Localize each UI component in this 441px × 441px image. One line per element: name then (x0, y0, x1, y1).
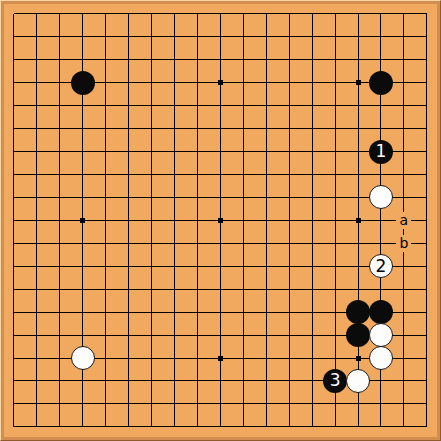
intersection-9-4[interactable] (186, 71, 209, 94)
intersection-3-10[interactable] (48, 209, 71, 232)
intersection-4-12[interactable] (71, 255, 94, 278)
intersection-19-13[interactable] (415, 278, 438, 301)
intersection-17-2[interactable] (370, 25, 393, 48)
intersection-16-18[interactable] (347, 392, 370, 415)
intersection-3-13[interactable] (48, 278, 71, 301)
intersection-5-8[interactable] (94, 163, 117, 186)
intersection-3-6[interactable] (48, 117, 71, 140)
intersection-17-11[interactable] (370, 232, 393, 255)
intersection-8-1[interactable] (163, 3, 186, 26)
intersection-11-10[interactable] (232, 209, 255, 232)
intersection-19-8[interactable] (415, 163, 438, 186)
intersection-14-18[interactable] (301, 392, 324, 415)
intersection-7-1[interactable] (140, 3, 163, 26)
intersection-16-17[interactable] (347, 370, 370, 393)
intersection-9-16[interactable] (186, 347, 209, 370)
intersection-5-5[interactable] (94, 94, 117, 117)
intersection-3-16[interactable] (48, 347, 71, 370)
intersection-4-9[interactable] (71, 186, 94, 209)
intersection-10-13[interactable] (209, 278, 232, 301)
intersection-19-11[interactable] (415, 232, 438, 255)
intersection-15-4[interactable] (324, 71, 347, 94)
intersection-11-12[interactable] (232, 255, 255, 278)
intersection-2-12[interactable] (25, 255, 48, 278)
intersection-1-17[interactable] (3, 370, 26, 393)
intersection-12-19[interactable] (255, 415, 278, 438)
intersection-18-19[interactable] (392, 415, 415, 438)
intersection-17-10[interactable] (370, 209, 393, 232)
intersection-2-4[interactable] (25, 71, 48, 94)
intersection-9-14[interactable] (186, 301, 209, 324)
intersection-16-19[interactable] (347, 415, 370, 438)
intersection-3-11[interactable] (48, 232, 71, 255)
intersection-5-11[interactable] (94, 232, 117, 255)
black-stone-d16[interactable] (71, 71, 95, 95)
intersection-12-6[interactable] (255, 117, 278, 140)
intersection-5-18[interactable] (94, 392, 117, 415)
intersection-7-18[interactable] (140, 392, 163, 415)
intersection-17-8[interactable] (370, 163, 393, 186)
intersection-6-9[interactable] (117, 186, 140, 209)
intersection-8-17[interactable] (163, 370, 186, 393)
intersection-14-8[interactable] (301, 163, 324, 186)
white-stone-r5[interactable] (369, 323, 393, 347)
intersection-7-16[interactable] (140, 347, 163, 370)
intersection-4-6[interactable] (71, 117, 94, 140)
intersection-14-10[interactable] (301, 209, 324, 232)
intersection-9-3[interactable] (186, 48, 209, 71)
intersection-4-5[interactable] (71, 94, 94, 117)
intersection-5-9[interactable] (94, 186, 117, 209)
intersection-7-11[interactable] (140, 232, 163, 255)
intersection-1-12[interactable] (3, 255, 26, 278)
intersection-8-18[interactable] (163, 392, 186, 415)
intersection-3-15[interactable] (48, 324, 71, 347)
intersection-7-15[interactable] (140, 324, 163, 347)
intersection-3-17[interactable] (48, 370, 71, 393)
intersection-18-2[interactable] (392, 25, 415, 48)
intersection-17-3[interactable] (370, 48, 393, 71)
intersection-1-7[interactable] (3, 140, 26, 163)
intersection-7-10[interactable] (140, 209, 163, 232)
intersection-8-14[interactable] (163, 301, 186, 324)
intersection-4-15[interactable] (71, 324, 94, 347)
intersection-12-5[interactable] (255, 94, 278, 117)
intersection-5-17[interactable] (94, 370, 117, 393)
intersection-19-18[interactable] (415, 392, 438, 415)
intersection-4-3[interactable] (71, 48, 94, 71)
intersection-16-7[interactable] (347, 140, 370, 163)
intersection-13-3[interactable] (278, 48, 301, 71)
intersection-5-10[interactable] (94, 209, 117, 232)
intersection-10-14[interactable] (209, 301, 232, 324)
intersection-18-8[interactable] (392, 163, 415, 186)
black-stone-r13[interactable]: 1 (369, 140, 393, 164)
intersection-12-8[interactable] (255, 163, 278, 186)
intersection-3-14[interactable] (48, 301, 71, 324)
intersection-5-19[interactable] (94, 415, 117, 438)
intersection-19-19[interactable] (415, 415, 438, 438)
intersection-3-5[interactable] (48, 94, 71, 117)
intersection-4-8[interactable] (71, 163, 94, 186)
intersection-2-9[interactable] (25, 186, 48, 209)
intersection-4-19[interactable] (71, 415, 94, 438)
intersection-11-2[interactable] (232, 25, 255, 48)
intersection-2-18[interactable] (25, 392, 48, 415)
intersection-19-3[interactable] (415, 48, 438, 71)
intersection-19-5[interactable] (415, 94, 438, 117)
intersection-17-6[interactable] (370, 117, 393, 140)
intersection-10-3[interactable] (209, 48, 232, 71)
intersection-18-15[interactable] (392, 324, 415, 347)
intersection-9-18[interactable] (186, 392, 209, 415)
intersection-4-10[interactable] (71, 209, 94, 232)
intersection-8-16[interactable] (163, 347, 186, 370)
intersection-1-15[interactable] (3, 324, 26, 347)
intersection-8-15[interactable] (163, 324, 186, 347)
intersection-5-14[interactable] (94, 301, 117, 324)
intersection-18-5[interactable] (392, 94, 415, 117)
intersection-13-14[interactable] (278, 301, 301, 324)
intersection-2-16[interactable] (25, 347, 48, 370)
intersection-16-5[interactable] (347, 94, 370, 117)
intersection-7-7[interactable] (140, 140, 163, 163)
intersection-11-4[interactable] (232, 71, 255, 94)
intersection-9-15[interactable] (186, 324, 209, 347)
intersection-10-6[interactable] (209, 117, 232, 140)
intersection-2-7[interactable] (25, 140, 48, 163)
intersection-7-19[interactable] (140, 415, 163, 438)
intersection-7-14[interactable] (140, 301, 163, 324)
intersection-17-13[interactable] (370, 278, 393, 301)
intersection-14-2[interactable] (301, 25, 324, 48)
intersection-2-17[interactable] (25, 370, 48, 393)
intersection-14-11[interactable] (301, 232, 324, 255)
intersection-15-16[interactable] (324, 347, 347, 370)
intersection-13-4[interactable] (278, 71, 301, 94)
intersection-6-12[interactable] (117, 255, 140, 278)
intersection-10-18[interactable] (209, 392, 232, 415)
intersection-8-9[interactable] (163, 186, 186, 209)
intersection-5-1[interactable] (94, 3, 117, 26)
intersection-11-1[interactable] (232, 3, 255, 26)
intersection-2-11[interactable] (25, 232, 48, 255)
intersection-16-15[interactable] (347, 324, 370, 347)
intersection-13-6[interactable] (278, 117, 301, 140)
intersection-14-9[interactable] (301, 186, 324, 209)
intersection-15-13[interactable] (324, 278, 347, 301)
intersection-3-19[interactable] (48, 415, 71, 438)
intersection-6-15[interactable] (117, 324, 140, 347)
intersection-4-2[interactable] (71, 25, 94, 48)
intersection-5-4[interactable] (94, 71, 117, 94)
intersection-8-11[interactable] (163, 232, 186, 255)
intersection-17-15[interactable] (370, 324, 393, 347)
intersection-15-3[interactable] (324, 48, 347, 71)
white-stone-r11[interactable] (369, 185, 393, 209)
intersection-7-12[interactable] (140, 255, 163, 278)
intersection-13-8[interactable] (278, 163, 301, 186)
intersection-18-11[interactable]: b (392, 232, 415, 255)
intersection-19-15[interactable] (415, 324, 438, 347)
intersection-6-17[interactable] (117, 370, 140, 393)
intersection-15-14[interactable] (324, 301, 347, 324)
intersection-5-13[interactable] (94, 278, 117, 301)
intersection-7-17[interactable] (140, 370, 163, 393)
intersection-2-10[interactable] (25, 209, 48, 232)
intersection-18-12[interactable] (392, 255, 415, 278)
intersection-6-10[interactable] (117, 209, 140, 232)
intersection-14-1[interactable] (301, 3, 324, 26)
intersection-10-10[interactable] (209, 209, 232, 232)
intersection-6-4[interactable] (117, 71, 140, 94)
intersection-14-7[interactable] (301, 140, 324, 163)
intersection-19-10[interactable] (415, 209, 438, 232)
intersection-13-18[interactable] (278, 392, 301, 415)
intersection-18-18[interactable] (392, 392, 415, 415)
intersection-10-9[interactable] (209, 186, 232, 209)
black-stone-r6[interactable] (369, 300, 393, 324)
intersection-1-4[interactable] (3, 71, 26, 94)
intersection-3-8[interactable] (48, 163, 71, 186)
intersection-12-15[interactable] (255, 324, 278, 347)
intersection-10-19[interactable] (209, 415, 232, 438)
intersection-4-4[interactable] (71, 71, 94, 94)
intersection-8-10[interactable] (163, 209, 186, 232)
intersection-6-6[interactable] (117, 117, 140, 140)
intersection-16-12[interactable] (347, 255, 370, 278)
intersection-18-16[interactable] (392, 347, 415, 370)
intersection-9-5[interactable] (186, 94, 209, 117)
black-stone-q6[interactable] (346, 300, 370, 324)
intersection-10-8[interactable] (209, 163, 232, 186)
intersection-3-2[interactable] (48, 25, 71, 48)
intersection-11-13[interactable] (232, 278, 255, 301)
intersection-4-1[interactable] (71, 3, 94, 26)
intersection-11-17[interactable] (232, 370, 255, 393)
intersection-16-8[interactable] (347, 163, 370, 186)
black-stone-q5[interactable] (346, 323, 370, 347)
intersection-16-10[interactable] (347, 209, 370, 232)
intersection-18-7[interactable] (392, 140, 415, 163)
intersection-6-16[interactable] (117, 347, 140, 370)
intersection-7-2[interactable] (140, 25, 163, 48)
intersection-8-4[interactable] (163, 71, 186, 94)
intersection-2-13[interactable] (25, 278, 48, 301)
intersection-13-10[interactable] (278, 209, 301, 232)
intersection-1-13[interactable] (3, 278, 26, 301)
intersection-7-5[interactable] (140, 94, 163, 117)
intersection-18-9[interactable] (392, 186, 415, 209)
intersection-19-1[interactable] (415, 3, 438, 26)
intersection-6-14[interactable] (117, 301, 140, 324)
intersection-19-7[interactable] (415, 140, 438, 163)
intersection-15-9[interactable] (324, 186, 347, 209)
intersection-11-14[interactable] (232, 301, 255, 324)
intersection-19-2[interactable] (415, 25, 438, 48)
intersection-15-12[interactable] (324, 255, 347, 278)
white-stone-r8[interactable]: 2 (369, 254, 393, 278)
intersection-17-17[interactable] (370, 370, 393, 393)
intersection-12-10[interactable] (255, 209, 278, 232)
intersection-10-1[interactable] (209, 3, 232, 26)
intersection-3-1[interactable] (48, 3, 71, 26)
intersection-17-1[interactable] (370, 3, 393, 26)
intersection-9-11[interactable] (186, 232, 209, 255)
intersection-15-2[interactable] (324, 25, 347, 48)
intersection-11-6[interactable] (232, 117, 255, 140)
intersection-8-12[interactable] (163, 255, 186, 278)
intersection-11-3[interactable] (232, 48, 255, 71)
intersection-3-4[interactable] (48, 71, 71, 94)
intersection-19-9[interactable] (415, 186, 438, 209)
intersection-6-13[interactable] (117, 278, 140, 301)
intersection-13-12[interactable] (278, 255, 301, 278)
black-stone-r16[interactable] (369, 71, 393, 95)
intersection-16-3[interactable] (347, 48, 370, 71)
intersection-9-13[interactable] (186, 278, 209, 301)
intersection-10-5[interactable] (209, 94, 232, 117)
intersection-4-18[interactable] (71, 392, 94, 415)
intersection-12-7[interactable] (255, 140, 278, 163)
intersection-2-19[interactable] (25, 415, 48, 438)
intersection-15-7[interactable] (324, 140, 347, 163)
intersection-7-3[interactable] (140, 48, 163, 71)
intersection-8-13[interactable] (163, 278, 186, 301)
intersection-10-15[interactable] (209, 324, 232, 347)
intersection-1-2[interactable] (3, 25, 26, 48)
intersection-4-16[interactable] (71, 347, 94, 370)
intersection-4-17[interactable] (71, 370, 94, 393)
intersection-6-11[interactable] (117, 232, 140, 255)
intersection-3-9[interactable] (48, 186, 71, 209)
intersection-15-6[interactable] (324, 117, 347, 140)
intersection-12-11[interactable] (255, 232, 278, 255)
intersection-4-13[interactable] (71, 278, 94, 301)
intersection-18-10[interactable]: a (392, 209, 415, 232)
intersection-12-2[interactable] (255, 25, 278, 48)
intersection-8-2[interactable] (163, 25, 186, 48)
intersection-1-1[interactable] (3, 3, 26, 26)
intersection-10-4[interactable] (209, 71, 232, 94)
intersection-3-18[interactable] (48, 392, 71, 415)
intersection-15-15[interactable] (324, 324, 347, 347)
intersection-11-5[interactable] (232, 94, 255, 117)
intersection-17-9[interactable] (370, 186, 393, 209)
intersection-5-6[interactable] (94, 117, 117, 140)
intersection-17-18[interactable] (370, 392, 393, 415)
intersection-16-14[interactable] (347, 301, 370, 324)
intersection-18-13[interactable] (392, 278, 415, 301)
intersection-14-16[interactable] (301, 347, 324, 370)
intersection-1-10[interactable] (3, 209, 26, 232)
intersection-15-18[interactable] (324, 392, 347, 415)
intersection-10-16[interactable] (209, 347, 232, 370)
intersection-12-12[interactable] (255, 255, 278, 278)
intersection-13-1[interactable] (278, 3, 301, 26)
intersection-3-3[interactable] (48, 48, 71, 71)
intersection-13-9[interactable] (278, 186, 301, 209)
intersection-18-1[interactable] (392, 3, 415, 26)
intersection-8-5[interactable] (163, 94, 186, 117)
intersection-11-9[interactable] (232, 186, 255, 209)
intersection-1-5[interactable] (3, 94, 26, 117)
intersection-18-3[interactable] (392, 48, 415, 71)
intersection-19-4[interactable] (415, 71, 438, 94)
intersection-17-4[interactable] (370, 71, 393, 94)
intersection-14-6[interactable] (301, 117, 324, 140)
intersection-13-11[interactable] (278, 232, 301, 255)
intersection-12-3[interactable] (255, 48, 278, 71)
intersection-14-5[interactable] (301, 94, 324, 117)
intersection-2-2[interactable] (25, 25, 48, 48)
intersection-1-3[interactable] (3, 48, 26, 71)
intersection-12-14[interactable] (255, 301, 278, 324)
intersection-12-17[interactable] (255, 370, 278, 393)
intersection-10-12[interactable] (209, 255, 232, 278)
intersection-7-6[interactable] (140, 117, 163, 140)
intersection-7-8[interactable] (140, 163, 163, 186)
intersection-1-16[interactable] (3, 347, 26, 370)
intersection-16-13[interactable] (347, 278, 370, 301)
intersection-6-7[interactable] (117, 140, 140, 163)
black-stone-p3[interactable]: 3 (323, 369, 347, 393)
intersection-11-18[interactable] (232, 392, 255, 415)
intersection-11-7[interactable] (232, 140, 255, 163)
intersection-11-16[interactable] (232, 347, 255, 370)
intersection-7-13[interactable] (140, 278, 163, 301)
intersection-1-6[interactable] (3, 117, 26, 140)
intersection-10-11[interactable] (209, 232, 232, 255)
intersection-18-6[interactable] (392, 117, 415, 140)
intersection-12-13[interactable] (255, 278, 278, 301)
intersection-1-18[interactable] (3, 392, 26, 415)
intersection-14-4[interactable] (301, 71, 324, 94)
intersection-15-11[interactable] (324, 232, 347, 255)
intersection-15-17[interactable]: 3 (324, 370, 347, 393)
intersection-4-7[interactable] (71, 140, 94, 163)
intersection-16-11[interactable] (347, 232, 370, 255)
intersection-17-12[interactable]: 2 (370, 255, 393, 278)
intersection-9-2[interactable] (186, 25, 209, 48)
intersection-6-2[interactable] (117, 25, 140, 48)
intersection-2-5[interactable] (25, 94, 48, 117)
intersection-12-18[interactable] (255, 392, 278, 415)
intersection-6-18[interactable] (117, 392, 140, 415)
intersection-14-17[interactable] (301, 370, 324, 393)
intersection-5-3[interactable] (94, 48, 117, 71)
intersection-5-7[interactable] (94, 140, 117, 163)
intersection-10-17[interactable] (209, 370, 232, 393)
intersection-5-2[interactable] (94, 25, 117, 48)
intersection-15-8[interactable] (324, 163, 347, 186)
intersection-1-11[interactable] (3, 232, 26, 255)
intersection-9-6[interactable] (186, 117, 209, 140)
intersection-2-6[interactable] (25, 117, 48, 140)
intersection-16-1[interactable] (347, 3, 370, 26)
intersection-7-9[interactable] (140, 186, 163, 209)
intersection-9-9[interactable] (186, 186, 209, 209)
intersection-4-14[interactable] (71, 301, 94, 324)
intersection-18-14[interactable] (392, 301, 415, 324)
intersection-8-7[interactable] (163, 140, 186, 163)
intersection-16-16[interactable] (347, 347, 370, 370)
intersection-9-8[interactable] (186, 163, 209, 186)
intersection-19-17[interactable] (415, 370, 438, 393)
intersection-14-15[interactable] (301, 324, 324, 347)
intersection-9-1[interactable] (186, 3, 209, 26)
intersection-11-8[interactable] (232, 163, 255, 186)
